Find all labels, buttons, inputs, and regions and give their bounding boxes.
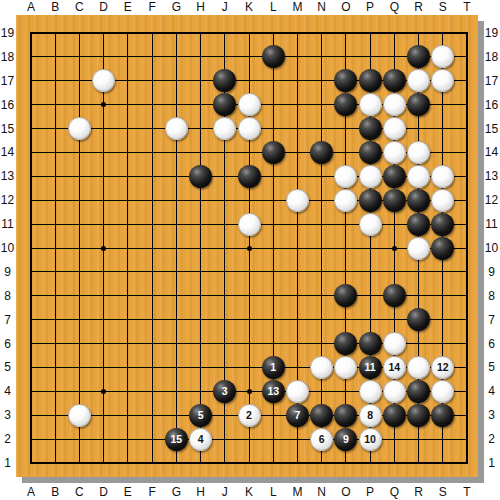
star-point-Q10 [392, 246, 397, 251]
col-label-bottom-O: O [338, 485, 354, 499]
col-label-bottom-G: G [168, 485, 184, 499]
row-label-left-10: 10 [0, 241, 15, 255]
white-stone-R10[interactable] [407, 237, 430, 260]
row-label-left-9: 9 [0, 265, 15, 279]
col-label-top-K: K [241, 0, 257, 14]
col-label-top-B: B [47, 0, 63, 14]
white-stone-S4[interactable] [431, 380, 454, 403]
black-stone-P17[interactable] [359, 69, 382, 92]
move-number: 6 [319, 433, 325, 445]
black-stone-L14[interactable] [262, 141, 285, 164]
row-label-left-17: 17 [0, 74, 15, 88]
row-label-left-2: 2 [0, 432, 15, 446]
white-stone-P16[interactable] [359, 93, 382, 116]
col-label-top-E: E [120, 0, 136, 14]
row-label-left-18: 18 [0, 50, 15, 64]
col-label-bottom-S: S [435, 485, 451, 499]
black-stone-P12[interactable] [359, 189, 382, 212]
row-label-right-15: 15 [484, 122, 499, 136]
white-stone-S13[interactable] [431, 165, 454, 188]
row-label-right-8: 8 [484, 289, 499, 303]
row-label-left-8: 8 [0, 289, 15, 303]
row-label-right-3: 3 [484, 408, 499, 422]
col-label-top-N: N [314, 0, 330, 14]
col-label-bottom-F: F [144, 485, 160, 499]
col-label-top-C: C [71, 0, 87, 14]
black-stone-N3[interactable] [310, 404, 333, 427]
row-label-left-3: 3 [0, 408, 15, 422]
star-point-K10 [247, 246, 252, 251]
black-stone-S3[interactable] [431, 404, 454, 427]
move-number: 14 [388, 361, 400, 373]
col-label-top-O: O [338, 0, 354, 14]
col-label-top-G: G [168, 0, 184, 14]
black-stone-R11[interactable] [407, 213, 430, 236]
white-stone-O12[interactable] [334, 189, 357, 212]
black-stone-Q3[interactable] [383, 404, 406, 427]
white-stone-P2[interactable]: 10 [359, 428, 382, 451]
col-label-top-A: A [23, 0, 39, 14]
black-stone-H3[interactable]: 5 [189, 404, 212, 427]
move-number: 4 [198, 433, 204, 445]
black-stone-R12[interactable] [407, 189, 430, 212]
white-stone-N2[interactable]: 6 [310, 428, 333, 451]
star-point-D4 [101, 389, 106, 394]
move-number: 15 [170, 433, 182, 445]
black-stone-L5[interactable]: 1 [262, 356, 285, 379]
row-label-left-15: 15 [0, 122, 15, 136]
col-label-top-P: P [362, 0, 378, 14]
white-stone-R14[interactable] [407, 141, 430, 164]
col-label-bottom-B: B [47, 485, 63, 499]
white-stone-P3[interactable]: 8 [359, 404, 382, 427]
move-number: 2 [246, 409, 252, 421]
col-label-bottom-A: A [23, 485, 39, 499]
white-stone-Q4[interactable] [383, 380, 406, 403]
row-label-right-13: 13 [484, 169, 499, 183]
move-number: 5 [198, 409, 204, 421]
white-stone-N5[interactable] [310, 356, 333, 379]
black-stone-P6[interactable] [359, 332, 382, 355]
col-label-bottom-N: N [314, 485, 330, 499]
col-label-top-H: H [193, 0, 209, 14]
col-label-top-R: R [411, 0, 427, 14]
black-stone-Q8[interactable] [383, 284, 406, 307]
col-label-top-S: S [435, 0, 451, 14]
col-label-bottom-K: K [241, 485, 257, 499]
row-label-right-10: 10 [484, 241, 499, 255]
grid-line-horizontal [31, 271, 467, 272]
white-stone-C3[interactable] [68, 404, 91, 427]
col-label-bottom-Q: Q [386, 485, 402, 499]
white-stone-Q15[interactable] [383, 117, 406, 140]
go-diagram: 111141231352781546910 AABBCCDDEEFFGGHHJJ… [0, 0, 500, 500]
row-label-left-16: 16 [0, 98, 15, 112]
row-label-right-11: 11 [484, 217, 499, 231]
col-label-bottom-T: T [459, 485, 475, 499]
black-stone-L18[interactable] [262, 45, 285, 68]
white-stone-Q5[interactable]: 14 [383, 356, 406, 379]
white-stone-M12[interactable] [286, 189, 309, 212]
row-label-right-6: 6 [484, 337, 499, 351]
row-label-left-11: 11 [0, 217, 15, 231]
black-stone-P14[interactable] [359, 141, 382, 164]
row-label-right-16: 16 [484, 98, 499, 112]
col-label-bottom-C: C [71, 485, 87, 499]
col-label-bottom-R: R [411, 485, 427, 499]
black-stone-N14[interactable] [310, 141, 333, 164]
row-label-left-5: 5 [0, 360, 15, 374]
col-label-bottom-H: H [193, 485, 209, 499]
row-label-left-6: 6 [0, 337, 15, 351]
move-number: 1 [270, 361, 276, 373]
move-number: 9 [343, 433, 349, 445]
move-number: 13 [267, 385, 279, 397]
col-label-top-L: L [265, 0, 281, 14]
star-point-K4 [247, 389, 252, 394]
white-stone-P4[interactable] [359, 380, 382, 403]
black-stone-Q12[interactable] [383, 189, 406, 212]
col-label-top-M: M [289, 0, 305, 14]
black-stone-O2[interactable]: 9 [334, 428, 357, 451]
col-label-bottom-L: L [265, 485, 281, 499]
move-number: 12 [437, 361, 449, 373]
grid-line-horizontal [31, 439, 467, 440]
row-label-right-2: 2 [484, 432, 499, 446]
black-stone-P5[interactable]: 11 [359, 356, 382, 379]
col-label-bottom-P: P [362, 485, 378, 499]
white-stone-Q6[interactable] [383, 332, 406, 355]
col-label-top-Q: Q [386, 0, 402, 14]
move-number: 11 [365, 361, 376, 373]
move-number: 10 [364, 433, 376, 445]
white-stone-Q14[interactable] [383, 141, 406, 164]
white-stone-K15[interactable] [238, 117, 261, 140]
row-label-left-13: 13 [0, 169, 15, 183]
row-label-right-1: 1 [484, 456, 499, 470]
white-stone-P11[interactable] [359, 213, 382, 236]
row-label-right-9: 9 [484, 265, 499, 279]
col-label-bottom-D: D [96, 485, 112, 499]
black-stone-L4[interactable]: 13 [262, 380, 285, 403]
white-stone-H2[interactable]: 4 [189, 428, 212, 451]
col-label-top-J: J [217, 0, 233, 14]
white-stone-Q16[interactable] [383, 93, 406, 116]
row-label-right-12: 12 [484, 193, 499, 207]
go-board[interactable]: 111141231352781546910 [16, 15, 478, 477]
col-label-top-T: T [459, 0, 475, 14]
white-stone-K16[interactable] [238, 93, 261, 116]
white-stone-P13[interactable] [359, 165, 382, 188]
white-stone-R5[interactable] [407, 356, 430, 379]
black-stone-K13[interactable] [238, 165, 261, 188]
row-label-right-5: 5 [484, 360, 499, 374]
black-stone-H13[interactable] [189, 165, 212, 188]
col-label-bottom-E: E [120, 485, 136, 499]
grid-line-vertical [321, 33, 322, 463]
row-label-right-7: 7 [484, 313, 499, 327]
black-stone-M3[interactable]: 7 [286, 404, 309, 427]
black-stone-J4[interactable]: 3 [213, 380, 236, 403]
grid-line-horizontal [31, 319, 467, 320]
row-label-right-18: 18 [484, 50, 499, 64]
black-stone-S10[interactable] [431, 237, 454, 260]
black-stone-R3[interactable] [407, 404, 430, 427]
white-stone-S12[interactable] [431, 189, 454, 212]
black-stone-G2[interactable]: 15 [165, 428, 188, 451]
white-stone-C15[interactable] [68, 117, 91, 140]
row-label-right-14: 14 [484, 145, 499, 159]
black-stone-R4[interactable] [407, 380, 430, 403]
row-label-right-17: 17 [484, 74, 499, 88]
col-label-bottom-J: J [217, 485, 233, 499]
white-stone-R13[interactable] [407, 165, 430, 188]
black-stone-P15[interactable] [359, 117, 382, 140]
row-label-right-19: 19 [484, 26, 499, 40]
move-number: 7 [295, 409, 301, 421]
row-label-left-19: 19 [0, 26, 15, 40]
black-stone-S11[interactable] [431, 213, 454, 236]
col-label-top-F: F [144, 0, 160, 14]
white-stone-M4[interactable] [286, 380, 309, 403]
row-label-left-7: 7 [0, 313, 15, 327]
black-stone-Q17[interactable] [383, 69, 406, 92]
col-label-bottom-M: M [289, 485, 305, 499]
move-number: 3 [222, 385, 228, 397]
row-label-right-4: 4 [484, 384, 499, 398]
row-label-left-12: 12 [0, 193, 15, 207]
star-point-D10 [101, 246, 106, 251]
white-stone-G15[interactable] [165, 117, 188, 140]
white-stone-K11[interactable] [238, 213, 261, 236]
col-label-top-D: D [96, 0, 112, 14]
black-stone-Q13[interactable] [383, 165, 406, 188]
row-label-left-4: 4 [0, 384, 15, 398]
black-stone-O3[interactable] [334, 404, 357, 427]
row-label-left-1: 1 [0, 456, 15, 470]
row-label-left-14: 14 [0, 145, 15, 159]
white-stone-K3[interactable]: 2 [238, 404, 261, 427]
move-number: 8 [367, 409, 373, 421]
